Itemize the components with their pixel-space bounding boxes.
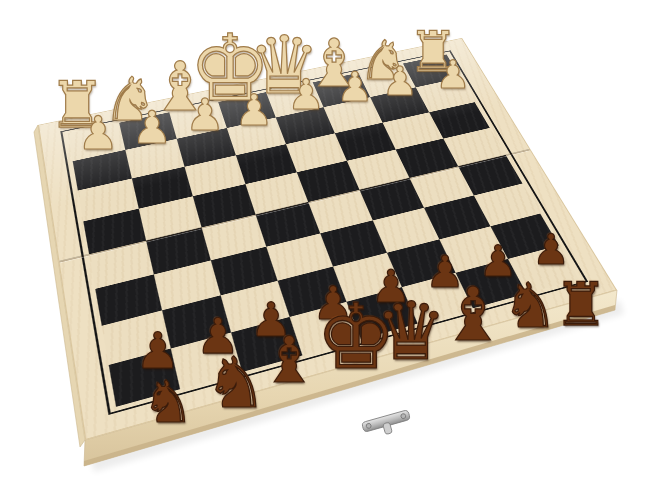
white-pawn-8[interactable]: ♟: [436, 55, 471, 94]
dark-pawn-8[interactable]: ♟: [532, 229, 570, 271]
dark-bishop-2[interactable]: ♝: [440, 277, 506, 351]
white-pawn-6[interactable]: ♟: [337, 67, 374, 108]
photo-canvas: ♜♞♝♚♛♝♞♜♟♟♟♟♟♟♟♟♟♟♟♟♟♟♟♟♞♞♝♚♛♝♞♜: [0, 0, 660, 500]
white-pawn-5[interactable]: ♟: [287, 74, 325, 116]
white-pawn-3[interactable]: ♟: [185, 93, 224, 137]
dark-knight-2[interactable]: ♞: [205, 348, 268, 418]
dark-rook[interactable]: ♜: [554, 274, 608, 334]
dark-knight[interactable]: ♞: [142, 373, 194, 431]
dark-bishop[interactable]: ♝: [260, 328, 317, 392]
white-pawn-4[interactable]: ♟: [235, 89, 274, 132]
white-pawn-7[interactable]: ♟: [382, 61, 418, 101]
dark-king[interactable]: ♚: [316, 292, 397, 382]
white-pawn-2[interactable]: ♟: [132, 105, 172, 150]
pieces-layer: ♜♞♝♚♛♝♞♜♟♟♟♟♟♟♟♟♟♟♟♟♟♟♟♟♞♞♝♚♛♝♞♜: [0, 0, 660, 500]
white-pawn[interactable]: ♟: [77, 110, 118, 156]
dark-knight-3[interactable]: ♞: [502, 275, 558, 337]
